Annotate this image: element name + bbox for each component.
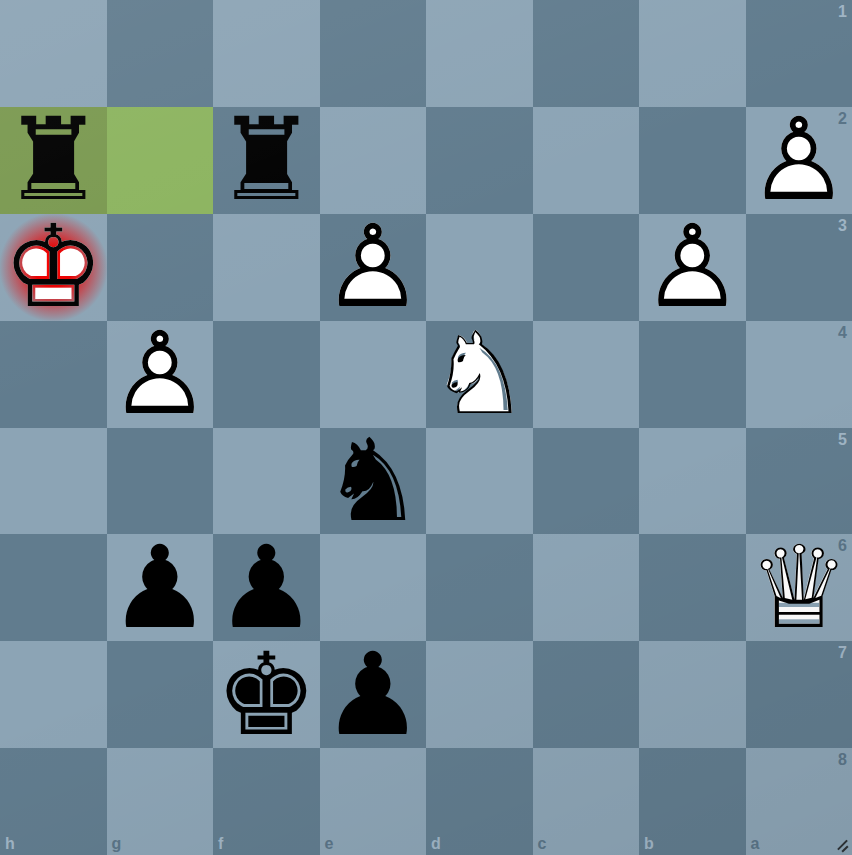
square-d4[interactable]: ♞♘ — [426, 321, 533, 428]
square-e3[interactable]: ♟♙ — [320, 214, 427, 321]
square-e1[interactable] — [320, 0, 427, 107]
piece-fill-glyph: ♞ — [320, 428, 427, 535]
square-c8[interactable]: c — [533, 748, 640, 855]
square-b7[interactable] — [639, 641, 746, 748]
piece-outline-glyph: ♙ — [320, 214, 427, 321]
square-g4[interactable]: ♟♙ — [107, 321, 214, 428]
rank-label-5: 5 — [838, 432, 847, 448]
square-f5[interactable] — [213, 428, 320, 535]
rank-label-6: 6 — [838, 538, 847, 554]
square-e6[interactable] — [320, 534, 427, 641]
square-a1[interactable]: 1 — [746, 0, 852, 107]
file-label-b: b — [644, 836, 654, 852]
square-h4[interactable] — [0, 321, 107, 428]
square-h3[interactable]: ♚♔ — [0, 214, 107, 321]
file-label-c: c — [538, 836, 547, 852]
square-c5[interactable] — [533, 428, 640, 535]
resize-line — [841, 845, 848, 852]
square-f7[interactable]: ♚ — [213, 641, 320, 748]
rank-label-7: 7 — [838, 645, 847, 661]
square-e8[interactable]: e — [320, 748, 427, 855]
piece-outline-glyph: ♙ — [107, 321, 214, 428]
square-d3[interactable] — [426, 214, 533, 321]
square-b8[interactable]: b — [639, 748, 746, 855]
piece-outline-glyph: ♙ — [746, 107, 852, 214]
black-knight[interactable]: ♞ — [320, 428, 427, 535]
square-b5[interactable] — [639, 428, 746, 535]
white-pawn[interactable]: ♟♙ — [320, 214, 427, 321]
rank-label-8: 8 — [838, 752, 847, 768]
black-pawn[interactable]: ♟ — [320, 641, 427, 748]
square-a5[interactable]: 5 — [746, 428, 852, 535]
square-b2[interactable] — [639, 107, 746, 214]
piece-outline-glyph: ♘ — [426, 321, 533, 428]
square-f2[interactable]: ♜ — [213, 107, 320, 214]
square-g6[interactable]: ♟ — [107, 534, 214, 641]
square-c4[interactable] — [533, 321, 640, 428]
resize-handle-icon[interactable] — [829, 832, 851, 854]
square-h1[interactable] — [0, 0, 107, 107]
square-h5[interactable] — [0, 428, 107, 535]
file-label-f: f — [218, 836, 223, 852]
board-grid: 1♜♜2♟♙♚♔♟♙♟♙3♟♙♞♘4♞5♟♟6♛♕♚♟7hgfedcb8a — [0, 0, 852, 855]
piece-fill-glyph: ♟ — [107, 534, 214, 641]
white-pawn[interactable]: ♟♙ — [107, 321, 214, 428]
piece-fill-glyph: ♟ — [213, 534, 320, 641]
black-rook[interactable]: ♜ — [213, 107, 320, 214]
square-a7[interactable]: 7 — [746, 641, 852, 748]
chess-board: 1♜♜2♟♙♚♔♟♙♟♙3♟♙♞♘4♞5♟♟6♛♕♚♟7hgfedcb8a — [0, 0, 852, 855]
white-queen[interactable]: ♛♕ — [746, 534, 852, 641]
square-c7[interactable] — [533, 641, 640, 748]
square-b3[interactable]: ♟♙ — [639, 214, 746, 321]
square-c6[interactable] — [533, 534, 640, 641]
square-g2[interactable] — [107, 107, 214, 214]
black-pawn[interactable]: ♟ — [213, 534, 320, 641]
white-king[interactable]: ♚♔ — [0, 214, 107, 321]
square-h6[interactable] — [0, 534, 107, 641]
square-f8[interactable]: f — [213, 748, 320, 855]
square-g5[interactable] — [107, 428, 214, 535]
square-d2[interactable] — [426, 107, 533, 214]
square-d5[interactable] — [426, 428, 533, 535]
file-label-e: e — [325, 836, 334, 852]
white-knight[interactable]: ♞♘ — [426, 321, 533, 428]
square-f1[interactable] — [213, 0, 320, 107]
piece-fill-glyph: ♚ — [213, 641, 320, 748]
piece-fill-glyph: ♟ — [320, 641, 427, 748]
piece-outline-glyph: ♙ — [639, 214, 746, 321]
rank-label-3: 3 — [838, 218, 847, 234]
white-pawn[interactable]: ♟♙ — [639, 214, 746, 321]
square-e5[interactable]: ♞ — [320, 428, 427, 535]
file-label-g: g — [112, 836, 122, 852]
piece-fill-glyph: ♜ — [213, 107, 320, 214]
square-g7[interactable] — [107, 641, 214, 748]
square-c2[interactable] — [533, 107, 640, 214]
file-label-a: a — [751, 836, 760, 852]
square-a3[interactable]: 3 — [746, 214, 852, 321]
square-d7[interactable] — [426, 641, 533, 748]
square-e2[interactable] — [320, 107, 427, 214]
square-b1[interactable] — [639, 0, 746, 107]
square-g1[interactable] — [107, 0, 214, 107]
square-a4[interactable]: 4 — [746, 321, 852, 428]
square-c1[interactable] — [533, 0, 640, 107]
piece-outline-glyph: ♔ — [0, 214, 107, 321]
square-c3[interactable] — [533, 214, 640, 321]
rank-label-2: 2 — [838, 111, 847, 127]
file-label-d: d — [431, 836, 441, 852]
white-pawn[interactable]: ♟♙ — [746, 107, 852, 214]
piece-outline-glyph: ♕ — [746, 534, 852, 641]
square-e4[interactable] — [320, 321, 427, 428]
square-d8[interactable]: d — [426, 748, 533, 855]
square-a6[interactable]: 6♛♕ — [746, 534, 852, 641]
square-d1[interactable] — [426, 0, 533, 107]
square-e7[interactable]: ♟ — [320, 641, 427, 748]
rank-label-1: 1 — [838, 4, 847, 20]
black-pawn[interactable]: ♟ — [107, 534, 214, 641]
square-h2[interactable]: ♜ — [0, 107, 107, 214]
square-a2[interactable]: 2♟♙ — [746, 107, 852, 214]
square-g8[interactable]: g — [107, 748, 214, 855]
square-h7[interactable] — [0, 641, 107, 748]
square-f3[interactable] — [213, 214, 320, 321]
square-b6[interactable] — [639, 534, 746, 641]
square-g3[interactable] — [107, 214, 214, 321]
square-f4[interactable] — [213, 321, 320, 428]
black-rook[interactable]: ♜ — [0, 107, 107, 214]
square-f6[interactable]: ♟ — [213, 534, 320, 641]
black-king[interactable]: ♚ — [213, 641, 320, 748]
square-h8[interactable]: h — [0, 748, 107, 855]
square-d6[interactable] — [426, 534, 533, 641]
piece-fill-glyph: ♜ — [0, 107, 107, 214]
square-b4[interactable] — [639, 321, 746, 428]
rank-label-4: 4 — [838, 325, 847, 341]
file-label-h: h — [5, 836, 15, 852]
